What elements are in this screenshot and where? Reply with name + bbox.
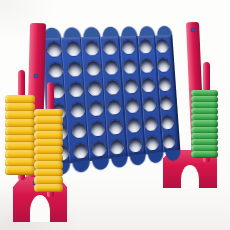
empty-hole xyxy=(124,79,138,94)
board-cell-e6 xyxy=(119,37,138,57)
yellow-ring xyxy=(34,184,63,192)
empty-hole xyxy=(110,139,124,155)
empty-hole xyxy=(121,40,135,54)
board-cell-e4 xyxy=(122,76,141,97)
empty-hole xyxy=(71,123,86,139)
empty-hole xyxy=(128,137,142,152)
board-cell-f4 xyxy=(139,75,157,95)
board-cell-c4 xyxy=(85,78,105,99)
yellow-ring xyxy=(5,166,35,175)
board-cell-f1 xyxy=(143,133,161,154)
screw-dot xyxy=(191,28,195,32)
board-cell-d2 xyxy=(106,116,125,138)
empty-hole xyxy=(107,100,122,115)
board-cell-b6 xyxy=(63,38,84,59)
empty-hole xyxy=(106,80,121,95)
green-ring xyxy=(191,151,218,158)
foot-arch-cutout xyxy=(181,165,199,188)
yellow-ring-stack-back xyxy=(5,95,35,175)
empty-hole xyxy=(92,141,107,157)
empty-hole xyxy=(89,101,104,116)
empty-hole xyxy=(156,39,169,53)
empty-hole xyxy=(162,134,175,149)
board-cell-b1 xyxy=(70,140,90,163)
empty-hole xyxy=(103,40,118,55)
board-cell-g4 xyxy=(156,74,174,94)
board-cell-c6 xyxy=(82,38,102,59)
board-cell-g5 xyxy=(155,55,173,75)
empty-hole xyxy=(161,115,174,130)
foot-arch-cutout xyxy=(30,195,50,222)
empty-hole xyxy=(160,96,173,111)
board-cell-e3 xyxy=(123,95,142,116)
board-cell-c5 xyxy=(84,58,104,79)
empty-hole xyxy=(90,121,105,137)
board-cell-f5 xyxy=(138,56,156,76)
empty-hole xyxy=(48,62,64,78)
empty-hole xyxy=(144,116,158,131)
board-cell-f2 xyxy=(142,113,160,134)
green-ring-stack xyxy=(191,90,218,158)
empty-hole xyxy=(66,41,81,56)
empty-hole xyxy=(67,61,82,76)
connect-four-product-photo xyxy=(0,0,230,230)
board-cell-d4 xyxy=(104,77,123,98)
board-cell-e5 xyxy=(120,56,139,76)
empty-hole xyxy=(88,81,103,96)
empty-hole xyxy=(109,119,123,134)
board-holes xyxy=(43,36,178,164)
empty-hole xyxy=(125,98,139,113)
board-cell-g2 xyxy=(159,112,177,133)
board-cell-b5 xyxy=(65,58,85,79)
board-cell-a6 xyxy=(43,39,64,60)
empty-hole xyxy=(123,59,137,74)
board-cell-a5 xyxy=(45,59,66,81)
board-cell-b2 xyxy=(69,119,89,141)
board-cell-f6 xyxy=(136,36,154,56)
board-cell-b4 xyxy=(66,79,86,101)
empty-hole xyxy=(86,61,101,76)
board-cell-g1 xyxy=(160,131,178,152)
empty-hole xyxy=(127,118,141,133)
board-cell-f3 xyxy=(140,94,158,115)
empty-hole xyxy=(105,60,120,75)
board-cell-g3 xyxy=(157,93,175,113)
board-cell-c2 xyxy=(88,118,108,140)
yellow-ring-stack-front xyxy=(34,109,63,192)
board-cell-b3 xyxy=(67,99,87,121)
empty-hole xyxy=(141,78,155,93)
empty-hole xyxy=(69,82,84,98)
board-cell-d3 xyxy=(105,97,124,118)
board-cell-d6 xyxy=(101,37,120,57)
board-cell-e2 xyxy=(124,115,143,136)
board-cell-c3 xyxy=(86,98,106,120)
empty-hole xyxy=(145,136,159,151)
board-cell-g6 xyxy=(153,36,171,56)
empty-hole xyxy=(157,58,170,72)
empty-hole xyxy=(143,97,157,112)
board-cell-c1 xyxy=(89,138,109,160)
empty-hole xyxy=(73,143,88,159)
empty-hole xyxy=(85,41,100,56)
empty-hole xyxy=(46,42,62,57)
empty-hole xyxy=(139,39,153,53)
empty-hole xyxy=(140,59,154,73)
empty-hole xyxy=(158,77,171,91)
empty-hole xyxy=(70,102,85,118)
board-cell-d5 xyxy=(102,57,121,78)
board-cell-d1 xyxy=(108,136,127,158)
board-cell-e1 xyxy=(126,134,145,156)
screw-dot xyxy=(34,74,38,78)
